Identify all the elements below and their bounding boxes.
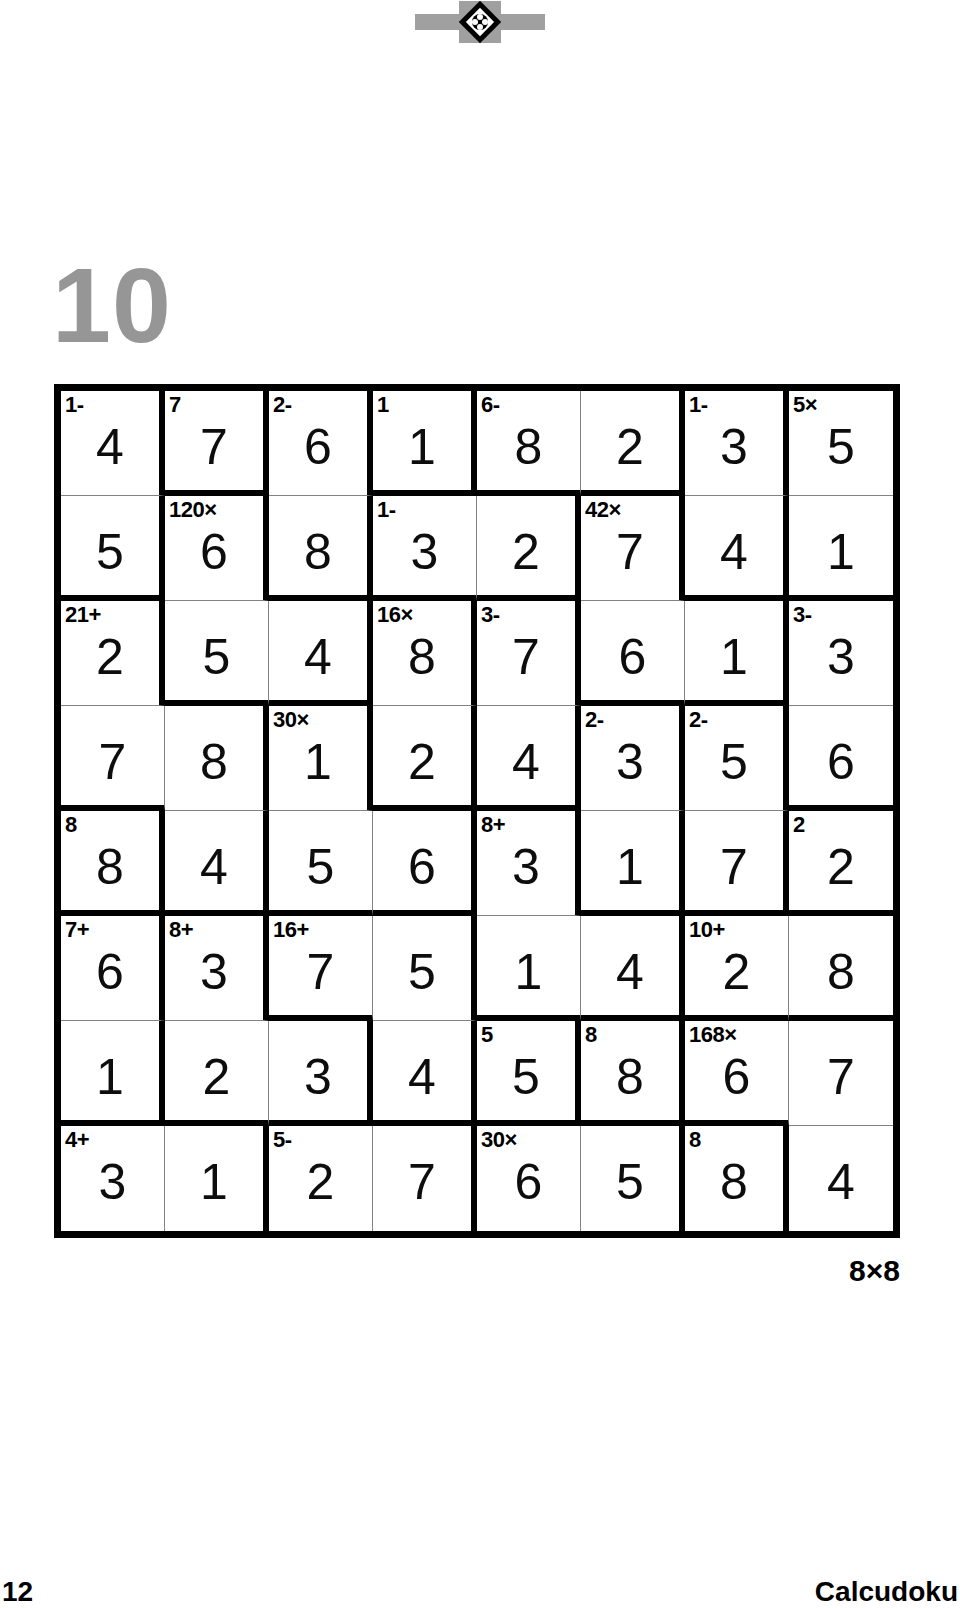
cage-clue: 1- <box>377 499 396 521</box>
cell-r3c6: 6 <box>581 601 685 706</box>
cell-r3c5: 3-7 <box>477 601 581 706</box>
cage-clue: 1- <box>65 394 84 416</box>
cage-clue: 30× <box>481 1129 517 1151</box>
cell-r5c1: 88 <box>61 811 165 916</box>
cell-value: 7 <box>789 1052 893 1102</box>
cell-value: 7 <box>61 737 164 787</box>
cell-r4c5: 4 <box>477 706 581 811</box>
cell-value: 6 <box>789 737 893 787</box>
cell-value: 3 <box>685 422 783 472</box>
cell-value: 1 <box>581 842 679 892</box>
cage-clue: 7 <box>169 394 181 416</box>
cell-value: 1 <box>373 422 471 472</box>
cell-value: 5 <box>373 947 471 997</box>
cell-value: 5 <box>269 842 372 892</box>
cell-r6c6: 4 <box>581 916 685 1021</box>
cell-value: 4 <box>165 842 263 892</box>
cell-value: 7 <box>581 527 679 577</box>
cell-value: 1 <box>477 947 580 997</box>
cell-value: 3 <box>269 1052 367 1102</box>
cell-value: 1 <box>789 527 893 577</box>
cage-clue: 42× <box>585 499 621 521</box>
cell-r8c8: 4 <box>789 1126 893 1231</box>
grid-size-label: 8×8 <box>54 1256 900 1286</box>
cage-clue: 3- <box>481 604 500 626</box>
cell-r4c6: 2-3 <box>581 706 685 811</box>
cell-r5c3: 5 <box>269 811 373 916</box>
cell-r2c5: 2 <box>477 496 581 601</box>
cell-value: 8 <box>373 632 471 682</box>
cell-r1c7: 1-3 <box>685 391 789 496</box>
cage-clue: 8 <box>65 814 77 836</box>
cell-r7c2: 2 <box>165 1021 269 1126</box>
cell-r2c6: 42×7 <box>581 496 685 601</box>
cell-value: 1 <box>269 737 367 787</box>
cell-r4c2: 8 <box>165 706 269 811</box>
cell-value: 3 <box>61 1157 164 1207</box>
cell-r6c4: 5 <box>373 916 477 1021</box>
cell-r1c4: 11 <box>373 391 477 496</box>
cage-clue: 10+ <box>689 919 725 941</box>
cell-value: 6 <box>165 527 263 577</box>
cell-value: 6 <box>477 1157 580 1207</box>
cell-value: 8 <box>477 422 580 472</box>
cage-clue: 2- <box>585 709 604 731</box>
cell-r1c2: 77 <box>165 391 269 496</box>
cell-value: 7 <box>685 842 783 892</box>
cell-r5c6: 1 <box>581 811 685 916</box>
cell-r3c4: 16×8 <box>373 601 477 706</box>
cell-value: 8 <box>269 527 367 577</box>
cell-value: 4 <box>373 1052 471 1102</box>
cell-value: 5 <box>789 422 893 472</box>
cell-value: 4 <box>789 1157 893 1207</box>
cell-r7c6: 88 <box>581 1021 685 1126</box>
cell-value: 2 <box>789 842 893 892</box>
cell-r8c7: 88 <box>685 1126 789 1231</box>
cage-clue: 7+ <box>65 919 89 941</box>
cell-value: 5 <box>685 737 783 787</box>
cage-clue: 16× <box>377 604 413 626</box>
cell-value: 4 <box>685 527 783 577</box>
cage-clue: 4+ <box>65 1129 89 1151</box>
cell-r7c3: 3 <box>269 1021 373 1126</box>
cell-r8c2: 1 <box>165 1126 269 1231</box>
cell-r7c8: 7 <box>789 1021 893 1126</box>
cell-value: 2 <box>581 422 679 472</box>
cage-clue: 2 <box>793 814 805 836</box>
cell-r1c3: 2-6 <box>269 391 373 496</box>
cell-r7c7: 168×6 <box>685 1021 789 1126</box>
cell-value: 1 <box>61 1052 159 1102</box>
cell-r8c6: 5 <box>581 1126 685 1231</box>
cell-r3c1: 21+2 <box>61 601 165 706</box>
cage-clue: 30× <box>273 709 309 731</box>
cell-r1c1: 1-4 <box>61 391 165 496</box>
cell-value: 3 <box>373 527 476 577</box>
cell-r3c7: 1 <box>685 601 789 706</box>
cell-r8c4: 7 <box>373 1126 477 1231</box>
cell-r6c2: 8+3 <box>165 916 269 1021</box>
cell-value: 5 <box>581 1157 679 1207</box>
cell-r5c5: 8+3 <box>477 811 581 916</box>
cell-r3c2: 5 <box>165 601 269 706</box>
cell-r2c1: 5 <box>61 496 165 601</box>
ornament-petal <box>477 24 483 30</box>
cell-value: 5 <box>61 527 159 577</box>
cell-r1c8: 5×5 <box>789 391 893 496</box>
cell-value: 6 <box>581 632 684 682</box>
page-number: 12 <box>2 1578 33 1606</box>
cell-r4c7: 2-5 <box>685 706 789 811</box>
cage-clue: 5 <box>481 1024 493 1046</box>
cell-value: 7 <box>373 1157 471 1207</box>
cage-clue: 8 <box>585 1024 597 1046</box>
cell-r2c7: 4 <box>685 496 789 601</box>
cell-value: 2 <box>165 1052 268 1102</box>
cell-value: 4 <box>61 422 159 472</box>
cell-r6c5: 1 <box>477 916 581 1021</box>
ornament-center-dot <box>478 20 482 24</box>
cell-r1c6: 2 <box>581 391 685 496</box>
cell-value: 8 <box>165 737 263 787</box>
cell-value: 3 <box>165 947 263 997</box>
cell-value: 2 <box>477 527 575 577</box>
cell-value: 5 <box>477 1052 575 1102</box>
cell-value: 2 <box>269 1157 372 1207</box>
cell-value: 3 <box>581 737 679 787</box>
cell-r8c1: 4+3 <box>61 1126 165 1231</box>
cage-clue: 8 <box>689 1129 701 1151</box>
cell-r7c5: 55 <box>477 1021 581 1126</box>
cell-value: 5 <box>165 632 268 682</box>
cell-r3c8: 3-3 <box>789 601 893 706</box>
cell-value: 4 <box>477 737 575 787</box>
cell-r3c3: 4 <box>269 601 373 706</box>
cell-r2c4: 1-3 <box>373 496 477 601</box>
cell-r4c4: 2 <box>373 706 477 811</box>
cell-r8c3: 5-2 <box>269 1126 373 1231</box>
cell-r4c3: 30×1 <box>269 706 373 811</box>
cell-r6c3: 16+7 <box>269 916 373 1021</box>
cell-r6c1: 7+6 <box>61 916 165 1021</box>
cell-r7c4: 4 <box>373 1021 477 1126</box>
cell-r7c1: 1 <box>61 1021 165 1126</box>
cell-value: 6 <box>685 1052 788 1102</box>
cell-value: 3 <box>789 632 893 682</box>
cell-value: 8 <box>581 1052 679 1102</box>
cage-clue: 3- <box>793 604 812 626</box>
cage-clue: 2- <box>273 394 292 416</box>
cell-value: 1 <box>685 632 783 682</box>
cell-r6c8: 8 <box>789 916 893 1021</box>
cage-clue: 120× <box>169 499 217 521</box>
cell-value: 2 <box>685 947 788 997</box>
cell-r8c5: 30×6 <box>477 1126 581 1231</box>
ornament-petal <box>482 19 488 25</box>
cell-value: 8 <box>685 1157 783 1207</box>
series-title: Calcudoku <box>815 1578 958 1606</box>
cage-clue: 6- <box>481 394 500 416</box>
cell-value: 3 <box>477 842 575 892</box>
cell-r1c5: 6-8 <box>477 391 581 496</box>
cell-value: 6 <box>373 842 471 892</box>
cage-clue: 8+ <box>169 919 193 941</box>
cell-r4c1: 7 <box>61 706 165 811</box>
cell-r2c8: 1 <box>789 496 893 601</box>
cell-r4c8: 6 <box>789 706 893 811</box>
cell-r6c7: 10+2 <box>685 916 789 1021</box>
cell-value: 4 <box>269 632 367 682</box>
cell-r5c8: 22 <box>789 811 893 916</box>
cell-value: 7 <box>477 632 575 682</box>
cell-value: 7 <box>165 422 263 472</box>
cell-value: 4 <box>581 947 679 997</box>
cage-clue: 2- <box>689 709 708 731</box>
cell-value: 2 <box>61 632 159 682</box>
cell-value: 2 <box>373 737 471 787</box>
cell-value: 6 <box>269 422 367 472</box>
cage-clue: 1 <box>377 394 389 416</box>
cell-value: 8 <box>61 842 159 892</box>
cell-r2c3: 8 <box>269 496 373 601</box>
cell-value: 7 <box>269 947 372 997</box>
cage-clue: 1- <box>689 394 708 416</box>
cell-value: 1 <box>165 1157 263 1207</box>
cell-value: 6 <box>61 947 159 997</box>
cell-r5c2: 4 <box>165 811 269 916</box>
cell-value: 8 <box>789 947 893 997</box>
puzzle-grid: 1-4772-6116-821-35×55120×681-3242×74121+… <box>54 384 900 1238</box>
cell-r2c2: 120×6 <box>165 496 269 601</box>
cage-clue: 21+ <box>65 604 101 626</box>
puzzle-number: 10 <box>52 252 172 358</box>
cage-clue: 168× <box>689 1024 737 1046</box>
cell-r5c7: 7 <box>685 811 789 916</box>
cage-clue: 16+ <box>273 919 309 941</box>
cell-r5c4: 6 <box>373 811 477 916</box>
cage-clue: 5- <box>273 1129 292 1151</box>
cage-clue: 5× <box>793 394 817 416</box>
cage-clue: 8+ <box>481 814 505 836</box>
